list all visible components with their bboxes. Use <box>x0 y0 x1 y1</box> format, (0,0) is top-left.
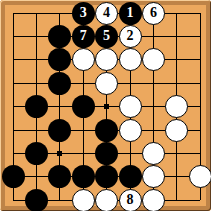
white-stone <box>142 142 165 165</box>
move-number-label: 7 <box>80 29 87 43</box>
black-stone <box>119 165 142 188</box>
black-stone <box>2 165 25 188</box>
white-stone <box>119 119 142 142</box>
move-number-label: 6 <box>150 6 157 20</box>
move-number-label: 3 <box>80 6 87 20</box>
move-number-label: 5 <box>103 29 110 43</box>
white-stone <box>119 95 142 118</box>
black-stone: 5 <box>95 25 118 48</box>
white-stone: 4 <box>95 2 118 25</box>
black-stone <box>48 119 71 142</box>
black-stone: 1 <box>119 2 142 25</box>
white-stone <box>119 48 142 71</box>
move-number-label: 8 <box>127 193 134 207</box>
white-stone: 8 <box>119 189 142 211</box>
white-stone <box>72 48 95 71</box>
black-stone: 3 <box>72 2 95 25</box>
black-stone <box>25 95 48 118</box>
white-stone <box>142 189 165 211</box>
white-stone <box>72 189 95 211</box>
white-stone <box>95 72 118 95</box>
black-stone <box>25 189 48 211</box>
white-stone <box>189 165 211 188</box>
move-number-label: 1 <box>127 6 134 20</box>
black-stone <box>72 165 95 188</box>
go-board: 34167528 <box>0 0 211 211</box>
black-stone <box>25 142 48 165</box>
black-stone <box>48 72 71 95</box>
black-stone <box>72 95 95 118</box>
black-stone: 7 <box>72 25 95 48</box>
white-stone: 6 <box>142 2 165 25</box>
black-stone <box>95 142 118 165</box>
white-stone <box>165 119 188 142</box>
move-number-label: 4 <box>103 6 110 20</box>
move-number-label: 2 <box>127 29 134 43</box>
white-stone: 2 <box>119 25 142 48</box>
black-stone <box>95 119 118 142</box>
white-stone <box>95 189 118 211</box>
